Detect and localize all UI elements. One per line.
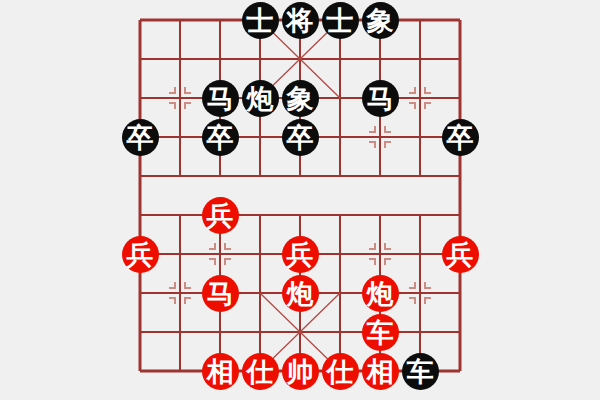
piece-black-horse[interactable]: 马 <box>202 80 239 117</box>
piece-black-soldier[interactable]: 卒 <box>202 119 239 156</box>
piece-red-soldier[interactable]: 兵 <box>282 236 319 273</box>
xiangqi-board[interactable]: 士将士象马炮象马卒卒卒卒车兵兵兵兵马炮炮车相仕帅仕相 <box>120 1 480 391</box>
piece-black-horse[interactable]: 马 <box>362 80 399 117</box>
piece-black-general[interactable]: 将 <box>282 2 319 39</box>
piece-black-chariot[interactable]: 车 <box>402 353 439 390</box>
piece-red-soldier[interactable]: 兵 <box>442 236 479 273</box>
piece-red-soldier[interactable]: 兵 <box>202 197 239 234</box>
piece-black-advisor[interactable]: 士 <box>322 2 359 39</box>
piece-red-horse[interactable]: 马 <box>202 275 239 312</box>
piece-black-soldier[interactable]: 卒 <box>282 119 319 156</box>
piece-black-soldier[interactable]: 卒 <box>122 119 159 156</box>
piece-black-cannon[interactable]: 炮 <box>242 80 279 117</box>
piece-black-elephant[interactable]: 象 <box>282 80 319 117</box>
piece-red-cannon[interactable]: 炮 <box>282 275 319 312</box>
piece-black-advisor[interactable]: 士 <box>242 2 279 39</box>
piece-black-elephant[interactable]: 象 <box>362 2 399 39</box>
piece-red-chariot[interactable]: 车 <box>362 314 399 351</box>
xiangqi-app: 士将士象马炮象马卒卒卒卒车兵兵兵兵马炮炮车相仕帅仕相 <box>0 0 600 400</box>
piece-black-soldier[interactable]: 卒 <box>442 119 479 156</box>
piece-red-advisor[interactable]: 仕 <box>242 353 279 390</box>
piece-red-advisor[interactable]: 仕 <box>322 353 359 390</box>
piece-red-elephant[interactable]: 相 <box>202 353 239 390</box>
piece-red-cannon[interactable]: 炮 <box>362 275 399 312</box>
piece-red-general[interactable]: 帅 <box>282 353 319 390</box>
piece-red-elephant[interactable]: 相 <box>362 353 399 390</box>
piece-red-soldier[interactable]: 兵 <box>122 236 159 273</box>
